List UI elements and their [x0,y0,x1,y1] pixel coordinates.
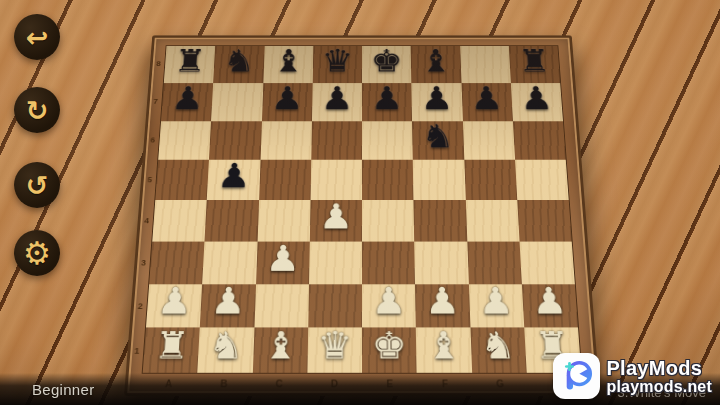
undo-button[interactable]: ↺ [14,162,60,208]
square-g2[interactable]: ♟ [468,284,524,328]
square-g4[interactable] [465,200,519,241]
piece-black-pawn[interactable]: ♟ [321,82,354,114]
piece-black-pawn[interactable]: ♟ [420,82,453,114]
square-b8[interactable]: ♞ [213,46,264,83]
square-e7[interactable]: ♟ [362,83,412,121]
piece-black-rook[interactable]: ♜ [173,45,207,76]
square-d3[interactable] [309,241,362,284]
difficulty-label: Beginner [32,381,94,398]
back-button[interactable]: ↩ [14,14,60,60]
piece-white-pawn[interactable]: ♟ [319,199,353,233]
piece-black-rook[interactable]: ♜ [517,45,551,76]
piece-black-pawn[interactable]: ♟ [271,82,304,114]
square-h6[interactable] [513,121,566,160]
piece-black-pawn[interactable]: ♟ [371,82,404,114]
square-a4[interactable] [152,200,207,241]
square-d6[interactable] [311,121,362,160]
piece-white-pawn[interactable]: ♟ [156,283,193,320]
piece-white-pawn[interactable]: ♟ [425,283,461,320]
watermark-title: PlayMods [606,358,712,378]
board-squares[interactable]: ♜♞♝♛♚♝♜♟♟♟♟♟♟♟♞♟♟♟♟♟♟♟♟♟♜♞♝♛♚♝♞♜ [142,45,583,373]
square-d5[interactable] [310,160,362,200]
back-arrow-icon: ↩ [26,24,49,51]
settings-button[interactable]: ⚙ [14,230,60,276]
square-b1[interactable]: ♞ [198,328,254,373]
square-e3[interactable] [362,241,415,284]
square-f6[interactable]: ♞ [412,121,464,160]
chess-board: 87654321 ♜♞♝♛♚♝♜♟♟♟♟♟♟♟♞♟♟♟♟♟♟♟♟♟♜♞♝♛♚♝♞… [124,35,600,396]
rank-label-7: 7 [153,97,158,105]
piece-black-knight[interactable]: ♞ [421,120,455,153]
square-a3[interactable] [149,241,205,284]
piece-white-bishop[interactable]: ♝ [425,327,461,365]
square-f7[interactable]: ♟ [412,83,463,121]
square-b7[interactable] [211,83,263,121]
square-a1[interactable]: ♜ [143,328,200,373]
square-a8[interactable]: ♜ [164,46,216,83]
playmods-logo-icon [553,353,600,399]
square-g8[interactable] [460,46,511,83]
piece-white-pawn[interactable]: ♟ [371,283,406,320]
square-c5[interactable] [259,160,311,200]
square-h4[interactable] [517,200,572,241]
square-g5[interactable] [464,160,517,200]
piece-black-queen[interactable]: ♛ [321,45,353,76]
square-f4[interactable] [414,200,467,241]
piece-black-bishop[interactable]: ♝ [272,45,305,76]
square-f5[interactable] [413,160,465,200]
board-frame: 87654321 ♜♞♝♛♚♝♜♟♟♟♟♟♟♟♞♟♟♟♟♟♟♟♟♟♜♞♝♛♚♝♞… [124,35,600,396]
square-g6[interactable] [462,121,514,160]
restart-icon: ↻ [26,97,49,124]
piece-white-knight[interactable]: ♞ [479,327,516,365]
piece-black-knight[interactable]: ♞ [222,45,255,76]
piece-black-pawn[interactable]: ♟ [170,82,204,114]
gear-icon: ⚙ [23,238,51,269]
square-b4[interactable] [205,200,259,241]
piece-white-queen[interactable]: ♛ [317,327,353,365]
square-f3[interactable] [414,241,468,284]
undo-move-icon: ↺ [26,172,49,199]
square-e8[interactable]: ♚ [362,46,412,83]
square-e1[interactable]: ♚ [362,328,417,373]
square-c2[interactable] [254,284,309,328]
square-e5[interactable] [362,160,414,200]
square-d7[interactable]: ♟ [312,83,362,121]
square-h5[interactable] [515,160,569,200]
piece-white-pawn[interactable]: ♟ [210,283,246,320]
restart-button[interactable]: ↻ [14,87,60,133]
square-c7[interactable]: ♟ [262,83,313,121]
square-b6[interactable] [209,121,261,160]
square-f1[interactable]: ♝ [416,328,472,373]
rank-label-8: 8 [156,60,161,68]
square-g7[interactable]: ♟ [461,83,513,121]
rank-label-4: 4 [144,216,149,225]
square-d2[interactable] [308,284,362,328]
square-h7[interactable]: ♟ [511,83,563,121]
square-d4[interactable]: ♟ [310,200,362,241]
piece-white-pawn[interactable]: ♟ [531,283,568,320]
square-h2[interactable]: ♟ [522,284,578,328]
rank-label-2: 2 [137,302,143,311]
rank-label-6: 6 [150,136,155,144]
square-e4[interactable] [362,200,414,241]
square-c3[interactable]: ♟ [256,241,310,284]
playmods-watermark[interactable]: PlayMods playmods.net [553,353,712,399]
piece-white-bishop[interactable]: ♝ [262,327,298,365]
square-g1[interactable]: ♞ [470,328,526,373]
square-c4[interactable] [257,200,310,241]
square-e6[interactable] [362,121,413,160]
piece-black-pawn[interactable]: ♟ [216,159,251,193]
square-a2[interactable]: ♟ [146,284,202,328]
square-f2[interactable]: ♟ [415,284,470,328]
square-a6[interactable] [158,121,211,160]
square-d1[interactable]: ♛ [307,328,362,373]
square-b3[interactable] [202,241,257,284]
piece-white-knight[interactable]: ♞ [208,327,245,365]
square-e2[interactable]: ♟ [362,284,416,328]
piece-black-bishop[interactable]: ♝ [419,45,452,76]
piece-white-pawn[interactable]: ♟ [265,240,300,276]
piece-black-king[interactable]: ♚ [371,45,403,76]
square-d8[interactable]: ♛ [312,46,362,83]
square-b2[interactable]: ♟ [200,284,256,328]
square-c1[interactable]: ♝ [252,328,308,373]
square-a7[interactable]: ♟ [161,83,213,121]
square-g3[interactable] [467,241,522,284]
rank-label-3: 3 [141,258,146,267]
square-c8[interactable]: ♝ [263,46,313,83]
piece-white-pawn[interactable]: ♟ [478,283,514,320]
rank-label-1: 1 [134,346,140,355]
piece-white-king[interactable]: ♚ [371,327,407,365]
square-a5[interactable] [155,160,209,200]
piece-black-pawn[interactable]: ♟ [519,82,553,114]
rank-label-5: 5 [147,176,152,184]
piece-black-pawn[interactable]: ♟ [470,82,504,114]
square-b5[interactable]: ♟ [207,160,260,200]
square-h3[interactable] [519,241,575,284]
square-h8[interactable]: ♜ [509,46,561,83]
piece-white-rook[interactable]: ♜ [153,327,191,365]
square-f8[interactable]: ♝ [411,46,461,83]
watermark-url: playmods.net [606,378,712,395]
square-c6[interactable] [260,121,312,160]
